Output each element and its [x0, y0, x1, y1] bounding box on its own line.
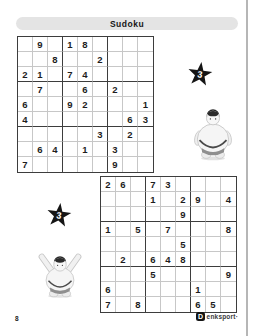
cell-r4c3[interactable]: 5 — [131, 222, 146, 237]
cell-r3c7[interactable] — [108, 67, 123, 82]
cell-r1c8[interactable] — [206, 177, 221, 192]
cell-r4c7[interactable]: 2 — [108, 82, 123, 97]
cell-r9c6[interactable] — [93, 157, 108, 172]
cell-r4c4[interactable] — [63, 82, 78, 97]
cell-r5c5[interactable] — [161, 237, 176, 252]
cell-r5c6[interactable]: 5 — [176, 237, 191, 252]
sudoku-grid-bottom: 26731294915785264859617865 — [100, 176, 237, 313]
cell-r7c4[interactable]: 5 — [146, 267, 161, 282]
cell-r6c3[interactable] — [131, 252, 146, 267]
cell-r8c1[interactable] — [18, 142, 33, 157]
sudoku-grid-top: 918822174762692146332641379 — [17, 36, 154, 173]
cell-r8c3[interactable]: 4 — [48, 142, 63, 157]
cell-r8c9[interactable] — [138, 142, 153, 157]
cell-r8c4[interactable] — [146, 282, 161, 297]
cell-r9c2[interactable] — [116, 297, 131, 312]
cell-r9c2[interactable] — [33, 157, 48, 172]
cell-r7c9[interactable]: 9 — [221, 267, 236, 282]
cell-r1c9[interactable] — [221, 177, 236, 192]
cell-r7c3[interactable] — [131, 267, 146, 282]
cell-r9c5[interactable] — [161, 297, 176, 312]
cell-r7c7[interactable] — [191, 267, 206, 282]
cell-r2c3[interactable] — [131, 192, 146, 207]
cell-r2c3[interactable]: 8 — [48, 52, 63, 67]
cell-r1c8[interactable] — [123, 37, 138, 52]
cell-r4c8[interactable] — [123, 82, 138, 97]
cell-r4c5[interactable]: 6 — [78, 82, 93, 97]
cell-r9c7[interactable]: 9 — [108, 157, 123, 172]
cell-r5c8[interactable] — [123, 97, 138, 112]
cell-r5c5[interactable]: 2 — [78, 97, 93, 112]
cell-r3c8[interactable] — [206, 207, 221, 222]
cell-r1c9[interactable] — [138, 37, 153, 52]
cell-r9c9[interactable] — [221, 297, 236, 312]
cell-r1c6[interactable] — [93, 37, 108, 52]
cell-r7c9[interactable] — [138, 127, 153, 142]
cell-r7c2[interactable] — [33, 127, 48, 142]
cell-r9c8[interactable] — [123, 157, 138, 172]
cell-r8c8[interactable] — [206, 282, 221, 297]
cell-r6c1[interactable]: 4 — [18, 112, 33, 127]
publisher-logo-mark: D — [196, 312, 205, 321]
cell-r6c2[interactable]: 2 — [116, 252, 131, 267]
cell-r3c2[interactable]: 1 — [33, 67, 48, 82]
cell-r3c2[interactable] — [116, 207, 131, 222]
cell-r3c3[interactable] — [48, 67, 63, 82]
cell-r3c3[interactable] — [131, 207, 146, 222]
publisher-logo: D enksport· — [196, 312, 238, 321]
cell-r3c9[interactable] — [221, 207, 236, 222]
cell-r5c2[interactable] — [33, 97, 48, 112]
cell-r4c2[interactable] — [116, 222, 131, 237]
cell-r5c3[interactable] — [131, 237, 146, 252]
cell-r6c5[interactable] — [78, 112, 93, 127]
cell-r2c6[interactable]: 2 — [176, 192, 191, 207]
cell-r4c6[interactable] — [176, 222, 191, 237]
cell-r6c9[interactable] — [221, 252, 236, 267]
cell-r7c5[interactable] — [78, 127, 93, 142]
cell-r1c6[interactable] — [176, 177, 191, 192]
cell-r4c9[interactable] — [138, 82, 153, 97]
cell-r7c7[interactable] — [108, 127, 123, 142]
cell-r3c4[interactable] — [146, 207, 161, 222]
cell-r7c6[interactable]: 3 — [93, 127, 108, 142]
cell-r6c1[interactable] — [101, 252, 116, 267]
cell-r7c1[interactable] — [101, 267, 116, 282]
cell-r9c1[interactable]: 7 — [18, 157, 33, 172]
cell-r9c8[interactable]: 5 — [206, 297, 221, 312]
cell-r2c9[interactable]: 4 — [221, 192, 236, 207]
cell-r5c2[interactable] — [116, 237, 131, 252]
cell-r5c9[interactable] — [221, 237, 236, 252]
cell-r8c7[interactable]: 1 — [191, 282, 206, 297]
cell-r6c9[interactable]: 3 — [138, 112, 153, 127]
page-title-banner: Sudoku — [16, 17, 238, 30]
cell-r2c2[interactable] — [33, 52, 48, 67]
cell-r2c9[interactable] — [138, 52, 153, 67]
magazine-page: Sudoku 918822174762692146332641379 3 3 — [0, 0, 255, 336]
cell-r6c4[interactable] — [63, 112, 78, 127]
cell-r4c4[interactable] — [146, 222, 161, 237]
cell-r5c3[interactable] — [48, 97, 63, 112]
cell-r8c9[interactable] — [221, 282, 236, 297]
cell-r4c1[interactable]: 1 — [101, 222, 116, 237]
cell-r9c4[interactable] — [146, 297, 161, 312]
cell-r4c2[interactable]: 7 — [33, 82, 48, 97]
cell-r8c7[interactable]: 3 — [108, 142, 123, 157]
cell-r2c1[interactable] — [18, 52, 33, 67]
cell-r4c9[interactable]: 8 — [221, 222, 236, 237]
cell-r4c6[interactable] — [93, 82, 108, 97]
cell-r6c6[interactable]: 8 — [176, 252, 191, 267]
sumo-mascot-standing-icon — [192, 109, 234, 161]
cell-r3c8[interactable] — [123, 67, 138, 82]
cell-r2c2[interactable] — [116, 192, 131, 207]
cell-r4c1[interactable] — [18, 82, 33, 97]
cell-r3c6[interactable]: 9 — [176, 207, 191, 222]
cell-r5c9[interactable]: 1 — [138, 97, 153, 112]
cell-r1c1[interactable] — [18, 37, 33, 52]
sumo-mascot-cheering-icon — [36, 247, 84, 301]
cell-r8c2[interactable]: 6 — [33, 142, 48, 157]
cell-r8c6[interactable] — [176, 282, 191, 297]
cell-r5c1[interactable] — [101, 237, 116, 252]
cell-r4c7[interactable] — [191, 222, 206, 237]
page-edge-divider — [246, 0, 248, 336]
cell-r8c8[interactable] — [123, 142, 138, 157]
cell-r8c6[interactable] — [93, 142, 108, 157]
cell-r2c8[interactable] — [123, 52, 138, 67]
cell-r2c5[interactable] — [78, 52, 93, 67]
cell-r6c5[interactable]: 4 — [161, 252, 176, 267]
cell-r1c5[interactable]: 3 — [161, 177, 176, 192]
cell-r3c4[interactable]: 7 — [63, 67, 78, 82]
cell-r2c1[interactable] — [101, 192, 116, 207]
cell-r6c3[interactable] — [48, 112, 63, 127]
cell-r8c3[interactable] — [131, 282, 146, 297]
cell-r1c1[interactable]: 2 — [101, 177, 116, 192]
cell-r9c3[interactable] — [48, 157, 63, 172]
cell-r5c7[interactable] — [191, 237, 206, 252]
cell-r1c2[interactable]: 6 — [116, 177, 131, 192]
cell-r5c1[interactable]: 6 — [18, 97, 33, 112]
cell-r3c9[interactable] — [138, 67, 153, 82]
difficulty-star-icon: 3 — [186, 59, 214, 87]
cell-r3c7[interactable] — [191, 207, 206, 222]
cell-r8c4[interactable] — [63, 142, 78, 157]
cell-r2c6[interactable]: 2 — [93, 52, 108, 67]
cell-r7c6[interactable] — [176, 267, 191, 282]
cell-r5c4[interactable] — [146, 237, 161, 252]
cell-r1c3[interactable] — [131, 177, 146, 192]
cell-r2c5[interactable] — [161, 192, 176, 207]
cell-r1c4[interactable]: 1 — [63, 37, 78, 52]
cell-r6c7[interactable] — [108, 112, 123, 127]
cell-r3c1[interactable] — [101, 207, 116, 222]
cell-r3c5[interactable] — [161, 207, 176, 222]
cell-r5c8[interactable] — [206, 237, 221, 252]
cell-r1c7[interactable] — [191, 177, 206, 192]
cell-r9c9[interactable] — [138, 157, 153, 172]
cell-r6c8[interactable] — [206, 252, 221, 267]
cell-r5c4[interactable]: 9 — [63, 97, 78, 112]
cell-r9c5[interactable] — [78, 157, 93, 172]
cell-r7c3[interactable] — [48, 127, 63, 142]
cell-r3c5[interactable]: 4 — [78, 67, 93, 82]
cell-r2c8[interactable] — [206, 192, 221, 207]
page-title: Sudoku — [110, 19, 144, 29]
cell-r5c7[interactable] — [108, 97, 123, 112]
cell-r1c4[interactable]: 7 — [146, 177, 161, 192]
cell-r6c7[interactable] — [191, 252, 206, 267]
cell-r1c7[interactable] — [108, 37, 123, 52]
cell-r4c5[interactable]: 7 — [161, 222, 176, 237]
cell-r2c7[interactable]: 9 — [191, 192, 206, 207]
cell-r6c6[interactable] — [93, 112, 108, 127]
cell-r5c6[interactable] — [93, 97, 108, 112]
cell-r8c2[interactable] — [116, 282, 131, 297]
cell-r7c8[interactable]: 2 — [123, 127, 138, 142]
cell-r8c1[interactable]: 6 — [101, 282, 116, 297]
cell-r6c2[interactable] — [33, 112, 48, 127]
cell-r8c5[interactable] — [161, 282, 176, 297]
cell-r2c4[interactable]: 1 — [146, 192, 161, 207]
cell-r7c8[interactable] — [206, 267, 221, 282]
publisher-logo-text: enksport· — [207, 313, 238, 320]
cell-r1c5[interactable]: 8 — [78, 37, 93, 52]
cell-r2c7[interactable] — [108, 52, 123, 67]
cell-r3c6[interactable] — [93, 67, 108, 82]
cell-r9c4[interactable] — [63, 157, 78, 172]
cell-r1c3[interactable] — [48, 37, 63, 52]
cell-r9c1[interactable]: 7 — [101, 297, 116, 312]
cell-r4c3[interactable] — [48, 82, 63, 97]
cell-r8c5[interactable]: 1 — [78, 142, 93, 157]
cell-r7c1[interactable] — [18, 127, 33, 142]
cell-r7c5[interactable] — [161, 267, 176, 282]
cell-r7c2[interactable] — [116, 267, 131, 282]
cell-r1c2[interactable]: 9 — [33, 37, 48, 52]
cell-r6c4[interactable]: 6 — [146, 252, 161, 267]
difficulty-star-icon: 3 — [45, 200, 73, 228]
cell-r3c1[interactable]: 2 — [18, 67, 33, 82]
cell-r2c4[interactable] — [63, 52, 78, 67]
cell-r7c4[interactable] — [63, 127, 78, 142]
cell-r4c8[interactable] — [206, 222, 221, 237]
cell-r6c8[interactable]: 6 — [123, 112, 138, 127]
cell-r9c7[interactable]: 6 — [191, 297, 206, 312]
page-number: 8 — [15, 315, 19, 322]
cell-r9c6[interactable] — [176, 297, 191, 312]
cell-r9c3[interactable]: 8 — [131, 297, 146, 312]
